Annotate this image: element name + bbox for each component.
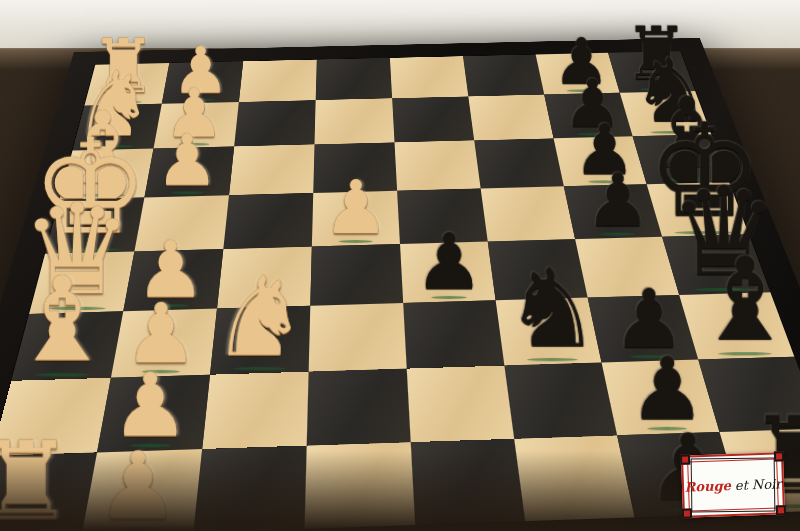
logo-word-et-noir: et Noir [735,476,782,493]
square-g6 [468,95,553,141]
black-pawn-e7: ♟ [585,165,651,235]
logo-text: Rouge et Noir [683,454,783,515]
square-d4 [310,244,403,306]
square-e4: ♟ [312,191,400,247]
square-e6 [481,187,575,242]
white-pawn-f2: ♟ [156,127,219,194]
square-e7: ♟ [564,184,662,239]
photo-scene: ♜♟♟♜♞♟♟♞♝♟♟♝♚♟♟♚♛♟♟♛♝♟♞♞♟♝♟♟♜♟♟♜ Rouge e… [0,0,800,531]
square-c3: ♞ [210,306,310,375]
square-f3 [229,145,314,196]
square-h4 [316,58,392,100]
square-c4 [309,303,407,372]
black-bishop-c8: ♝ [694,246,797,355]
square-f5 [395,141,481,191]
square-h3 [239,60,317,102]
square-e3 [223,193,313,249]
white-bishop-c1: ♝ [10,265,114,376]
square-h5 [390,56,468,98]
square-g3 [234,100,315,146]
square-g5 [392,97,474,143]
square-f2: ♟ [144,147,234,198]
square-c1: ♝ [11,311,123,381]
square-f6 [474,139,564,189]
square-c6: ♞ [496,298,602,366]
square-h6 [463,55,544,97]
square-b4 [307,369,411,446]
logo-word-rouge: Rouge [684,478,731,495]
square-b6 [504,363,617,439]
white-knight-c3: ♞ [211,266,309,370]
square-g4 [314,98,394,144]
black-knight-c6: ♞ [504,258,601,361]
square-b3 [202,372,308,449]
black-pawn-d5: ♟ [414,225,484,299]
white-pawn-e4: ♟ [323,172,389,242]
square-d5: ♟ [400,242,496,303]
square-b5 [407,366,514,443]
square-c5 [403,301,504,369]
rouge-et-noir-logo: Rouge et Noir [681,452,785,518]
